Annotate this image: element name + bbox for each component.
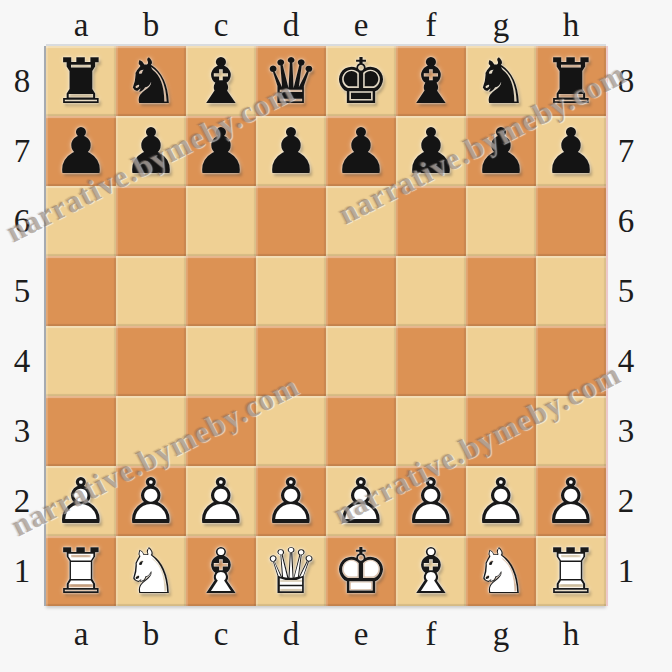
file-label-top-a: a <box>46 0 116 46</box>
white-pawn-c2: ♟♙ <box>186 466 256 536</box>
square-h1[interactable]: ♜♖ <box>536 536 606 606</box>
square-d5[interactable] <box>256 256 326 326</box>
rank-label-left-2: 2 <box>0 466 44 536</box>
square-e4[interactable] <box>326 326 396 396</box>
square-f6[interactable] <box>396 186 466 256</box>
square-f5[interactable] <box>396 256 466 326</box>
square-b7[interactable]: ♟ <box>116 116 186 186</box>
square-a5[interactable] <box>46 256 116 326</box>
square-g1[interactable]: ♞♘ <box>466 536 536 606</box>
file-label-top-b: b <box>116 0 186 46</box>
square-e2[interactable]: ♟♙ <box>326 466 396 536</box>
square-e7[interactable]: ♟ <box>326 116 396 186</box>
black-king-e8: ♚ <box>326 46 396 116</box>
rank-label-right-5: 5 <box>604 256 648 326</box>
square-f2[interactable]: ♟♙ <box>396 466 466 536</box>
square-b2[interactable]: ♟♙ <box>116 466 186 536</box>
square-a6[interactable] <box>46 186 116 256</box>
white-pawn-e2: ♟♙ <box>326 466 396 536</box>
black-queen-d8: ♛ <box>256 46 326 116</box>
square-g4[interactable] <box>466 326 536 396</box>
square-d3[interactable] <box>256 396 326 466</box>
square-b5[interactable] <box>116 256 186 326</box>
square-d7[interactable]: ♟ <box>256 116 326 186</box>
square-c5[interactable] <box>186 256 256 326</box>
square-b4[interactable] <box>116 326 186 396</box>
rank-label-right-8: 8 <box>604 46 648 116</box>
white-pawn-g2: ♟♙ <box>466 466 536 536</box>
square-b3[interactable] <box>116 396 186 466</box>
rank-label-right-7: 7 <box>604 116 648 186</box>
file-label-bottom-g: g <box>466 606 536 662</box>
square-e5[interactable] <box>326 256 396 326</box>
square-f1[interactable]: ♝♗ <box>396 536 466 606</box>
black-knight-b8: ♞ <box>116 46 186 116</box>
black-knight-g8: ♞ <box>466 46 536 116</box>
file-label-bottom-a: a <box>46 606 116 662</box>
rank-label-left-7: 7 <box>0 116 44 186</box>
black-bishop-f8: ♝ <box>396 46 466 116</box>
rank-label-right-2: 2 <box>604 466 648 536</box>
square-c2[interactable]: ♟♙ <box>186 466 256 536</box>
black-pawn-e7: ♟ <box>326 116 396 186</box>
square-g7[interactable]: ♟ <box>466 116 536 186</box>
rank-label-left-6: 6 <box>0 186 44 256</box>
chess-board: ♜♞♝♛♚♝♞♜♟♟♟♟♟♟♟♟♟♙♟♙♟♙♟♙♟♙♟♙♟♙♟♙♜♖♞♘♝♗♛♕… <box>46 46 606 606</box>
white-bishop-c1: ♝♗ <box>186 536 256 606</box>
square-d8[interactable]: ♛ <box>256 46 326 116</box>
square-h8[interactable]: ♜ <box>536 46 606 116</box>
square-a3[interactable] <box>46 396 116 466</box>
square-h6[interactable] <box>536 186 606 256</box>
rank-label-right-3: 3 <box>604 396 648 466</box>
square-g3[interactable] <box>466 396 536 466</box>
square-b1[interactable]: ♞♘ <box>116 536 186 606</box>
file-label-bottom-b: b <box>116 606 186 662</box>
square-d6[interactable] <box>256 186 326 256</box>
square-c8[interactable]: ♝ <box>186 46 256 116</box>
square-e1[interactable]: ♚♔ <box>326 536 396 606</box>
black-pawn-d7: ♟ <box>256 116 326 186</box>
square-c6[interactable] <box>186 186 256 256</box>
square-c7[interactable]: ♟ <box>186 116 256 186</box>
white-king-e1: ♚♔ <box>326 536 396 606</box>
black-pawn-f7: ♟ <box>396 116 466 186</box>
square-e6[interactable] <box>326 186 396 256</box>
file-label-bottom-d: d <box>256 606 326 662</box>
file-label-bottom-e: e <box>326 606 396 662</box>
black-bishop-c8: ♝ <box>186 46 256 116</box>
square-g5[interactable] <box>466 256 536 326</box>
file-label-top-d: d <box>256 0 326 46</box>
white-bishop-f1: ♝♗ <box>396 536 466 606</box>
chess-diagram: ♜♞♝♛♚♝♞♜♟♟♟♟♟♟♟♟♟♙♟♙♟♙♟♙♟♙♟♙♟♙♟♙♜♖♞♘♝♗♛♕… <box>0 0 672 672</box>
square-h2[interactable]: ♟♙ <box>536 466 606 536</box>
white-knight-g1: ♞♘ <box>466 536 536 606</box>
white-queen-d1: ♛♕ <box>256 536 326 606</box>
white-pawn-d2: ♟♙ <box>256 466 326 536</box>
white-pawn-b2: ♟♙ <box>116 466 186 536</box>
square-a8[interactable]: ♜ <box>46 46 116 116</box>
black-pawn-c7: ♟ <box>186 116 256 186</box>
black-pawn-a7: ♟ <box>46 116 116 186</box>
square-h3[interactable] <box>536 396 606 466</box>
black-pawn-g7: ♟ <box>466 116 536 186</box>
white-pawn-a2: ♟♙ <box>46 466 116 536</box>
square-f8[interactable]: ♝ <box>396 46 466 116</box>
square-f3[interactable] <box>396 396 466 466</box>
white-pawn-h2: ♟♙ <box>536 466 606 536</box>
rank-label-right-4: 4 <box>604 326 648 396</box>
square-g8[interactable]: ♞ <box>466 46 536 116</box>
white-knight-b1: ♞♘ <box>116 536 186 606</box>
file-label-top-h: h <box>536 0 606 46</box>
square-g2[interactable]: ♟♙ <box>466 466 536 536</box>
rank-label-left-4: 4 <box>0 326 44 396</box>
square-d1[interactable]: ♛♕ <box>256 536 326 606</box>
square-a7[interactable]: ♟ <box>46 116 116 186</box>
file-label-top-c: c <box>186 0 256 46</box>
rank-label-left-8: 8 <box>0 46 44 116</box>
black-pawn-h7: ♟ <box>536 116 606 186</box>
square-h7[interactable]: ♟ <box>536 116 606 186</box>
square-f4[interactable] <box>396 326 466 396</box>
white-rook-a1: ♜♖ <box>46 536 116 606</box>
file-label-bottom-h: h <box>536 606 606 662</box>
square-b6[interactable] <box>116 186 186 256</box>
square-c4[interactable] <box>186 326 256 396</box>
file-label-top-e: e <box>326 0 396 46</box>
black-rook-a8: ♜ <box>46 46 116 116</box>
black-rook-h8: ♜ <box>536 46 606 116</box>
square-c1[interactable]: ♝♗ <box>186 536 256 606</box>
square-c3[interactable] <box>186 396 256 466</box>
black-pawn-b7: ♟ <box>116 116 186 186</box>
square-e8[interactable]: ♚ <box>326 46 396 116</box>
rank-label-left-1: 1 <box>0 536 44 606</box>
white-rook-h1: ♜♖ <box>536 536 606 606</box>
rank-label-left-3: 3 <box>0 396 44 466</box>
file-label-bottom-c: c <box>186 606 256 662</box>
square-a4[interactable] <box>46 326 116 396</box>
square-a2[interactable]: ♟♙ <box>46 466 116 536</box>
file-label-top-g: g <box>466 0 536 46</box>
white-pawn-f2: ♟♙ <box>396 466 466 536</box>
square-g6[interactable] <box>466 186 536 256</box>
rank-label-right-1: 1 <box>604 536 648 606</box>
square-h5[interactable] <box>536 256 606 326</box>
square-b8[interactable]: ♞ <box>116 46 186 116</box>
rank-label-left-5: 5 <box>0 256 44 326</box>
square-d2[interactable]: ♟♙ <box>256 466 326 536</box>
square-e3[interactable] <box>326 396 396 466</box>
square-f7[interactable]: ♟ <box>396 116 466 186</box>
square-h4[interactable] <box>536 326 606 396</box>
file-label-bottom-f: f <box>396 606 466 662</box>
square-d4[interactable] <box>256 326 326 396</box>
file-label-top-f: f <box>396 0 466 46</box>
rank-label-right-6: 6 <box>604 186 648 256</box>
square-a1[interactable]: ♜♖ <box>46 536 116 606</box>
